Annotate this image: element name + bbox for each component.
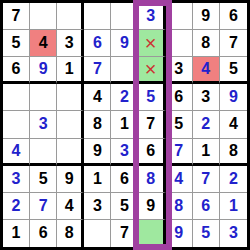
cell-r6c9[interactable]: 8 [220,139,247,166]
cell-r5c9[interactable]: 4 [220,111,247,138]
cell-r7c4[interactable]: 1 [84,166,111,193]
cell-r9c6[interactable] [139,220,166,247]
cell-r8c8[interactable]: 6 [193,193,220,220]
cell-r7c2[interactable]: 5 [30,166,57,193]
cell-r7c9[interactable]: 2 [220,166,247,193]
cell-r3c3[interactable]: 1 [57,57,84,84]
cell-r5c7[interactable]: 5 [166,111,193,138]
cell-r1c8[interactable]: 9 [193,3,220,30]
cell-r5c2[interactable]: 3 [30,111,57,138]
cell-r9c5[interactable]: 7 [111,220,138,247]
sudoku-board: 739654369×876917×34542563938175244936718… [0,0,250,250]
cell-r6c7[interactable]: 7 [166,139,193,166]
cell-r7c3[interactable]: 9 [57,166,84,193]
cell-r1c9[interactable]: 6 [220,3,247,30]
cell-r1c1[interactable]: 7 [3,3,30,30]
cell-r6c3[interactable] [57,139,84,166]
cell-r9c8[interactable]: 5 [193,220,220,247]
cell-r4c6[interactable]: 5 [139,84,166,111]
cell-r9c4[interactable] [84,220,111,247]
cell-r6c6[interactable]: 6 [139,139,166,166]
cell-r2c8[interactable]: 8 [193,30,220,57]
cell-r1c2[interactable] [30,3,57,30]
cell-r9c9[interactable]: 3 [220,220,247,247]
x-mark-icon: × [145,33,157,53]
cell-r8c2[interactable]: 7 [30,193,57,220]
cell-r3c7[interactable]: 3 [166,57,193,84]
cell-r2c5[interactable]: 9 [111,30,138,57]
cell-r4c3[interactable] [57,84,84,111]
x-mark-icon: × [145,59,157,79]
cell-r8c6[interactable]: 9 [139,193,166,220]
cell-r5c6[interactable]: 7 [139,111,166,138]
cell-r2c9[interactable]: 7 [220,30,247,57]
cell-r3c5[interactable] [111,57,138,84]
cell-r2c2[interactable]: 4 [30,30,57,57]
cell-r1c6[interactable]: 3 [139,3,166,30]
cell-r1c5[interactable] [111,3,138,30]
cell-r2c3[interactable]: 3 [57,30,84,57]
cell-r9c2[interactable]: 6 [30,220,57,247]
cell-r6c4[interactable]: 9 [84,139,111,166]
cell-r8c4[interactable]: 3 [84,193,111,220]
cell-r1c3[interactable] [57,3,84,30]
cell-r4c7[interactable]: 6 [166,84,193,111]
cell-r2c4[interactable]: 6 [84,30,111,57]
cell-r5c8[interactable]: 2 [193,111,220,138]
cell-r7c5[interactable]: 6 [111,166,138,193]
cell-r5c3[interactable] [57,111,84,138]
cell-r1c7[interactable] [166,3,193,30]
cell-r7c8[interactable]: 7 [193,166,220,193]
cell-r5c5[interactable]: 1 [111,111,138,138]
cell-r7c6[interactable]: 8 [139,166,166,193]
cell-r2c7[interactable] [166,30,193,57]
cell-r4c9[interactable]: 9 [220,84,247,111]
cell-r3c1[interactable]: 6 [3,57,30,84]
cell-r6c1[interactable]: 4 [3,139,30,166]
cell-r6c2[interactable] [30,139,57,166]
cell-r3c4[interactable]: 7 [84,57,111,84]
cell-r5c1[interactable] [3,111,30,138]
cell-r6c5[interactable]: 3 [111,139,138,166]
cell-r8c9[interactable]: 1 [220,193,247,220]
cell-r9c3[interactable]: 8 [57,220,84,247]
cell-r8c3[interactable]: 4 [57,193,84,220]
cell-r4c5[interactable]: 2 [111,84,138,111]
cell-r3c2[interactable]: 9 [30,57,57,84]
cell-r7c7[interactable]: 4 [166,166,193,193]
cell-r3c8[interactable]: 4 [193,57,220,84]
cell-r3c6[interactable]: × [139,57,166,84]
cell-r7c1[interactable]: 3 [3,166,30,193]
cell-r9c7[interactable]: 9 [166,220,193,247]
cell-r4c2[interactable] [30,84,57,111]
cell-r4c4[interactable]: 4 [84,84,111,111]
cell-r3c9[interactable]: 5 [220,57,247,84]
cell-r4c8[interactable]: 3 [193,84,220,111]
cell-r6c8[interactable]: 1 [193,139,220,166]
cell-r2c6[interactable]: × [139,30,166,57]
cell-r2c1[interactable]: 5 [3,30,30,57]
cell-r4c1[interactable] [3,84,30,111]
cell-r8c7[interactable]: 8 [166,193,193,220]
cell-r5c4[interactable]: 8 [84,111,111,138]
cell-r8c1[interactable]: 2 [3,193,30,220]
cell-r9c1[interactable]: 1 [3,220,30,247]
cell-r8c5[interactable]: 5 [111,193,138,220]
cell-r1c4[interactable] [84,3,111,30]
